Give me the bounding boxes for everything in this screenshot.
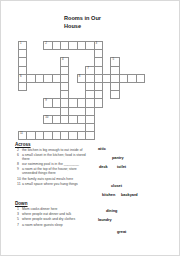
clue-text: where people wash and dry clothes (22, 218, 92, 222)
clue-text: the family eats special meals here (22, 178, 92, 182)
grid-clue-number: 2 (44, 42, 47, 45)
word-bank-word: dining (106, 209, 117, 213)
clue-text: where people eat dinner and talk (22, 213, 92, 217)
clue-number: 5 (15, 218, 22, 222)
across-clue: 6a small closet in the kitchen; food is … (15, 154, 107, 162)
across-header: Across (15, 142, 107, 147)
crossword-cell[interactable] (52, 98, 61, 107)
clue-text: Mom cooks dinner here (22, 208, 92, 212)
grid-clue-number: 8 (78, 75, 81, 78)
word-bank-word: attic (98, 147, 106, 151)
across-clue: 2the kitchen is big enough to eat inside… (15, 149, 107, 153)
crossword-cell[interactable] (18, 82, 27, 91)
grid-clue-number: 11 (19, 132, 23, 135)
across-clue: 11a small space where you hang things (15, 183, 107, 187)
down-clue: 3where people eat dinner and talk (15, 213, 107, 217)
clue-number: 2 (15, 149, 22, 153)
clue-text: our swimming pool is in the ________ (22, 163, 92, 167)
word-bank-word: deck (99, 165, 108, 169)
grid-clue-number: 7 (86, 67, 89, 70)
down-header: Down (15, 201, 107, 206)
clue-text: the kitchen is big enough to eat inside … (22, 149, 92, 153)
crossword-cell[interactable] (85, 131, 94, 140)
crossword-cell[interactable] (77, 131, 86, 140)
across-clue: 10the family eats special meals here (15, 178, 107, 182)
page-title: Rooms in Our House (64, 15, 101, 30)
clue-number: 10 (15, 178, 22, 182)
down-clue: 1Mom cooks dinner here (15, 208, 107, 212)
across-clue: 9a room at the top of the house; store u… (15, 168, 107, 176)
crossword-cell[interactable] (102, 74, 111, 83)
crossword-cell[interactable] (94, 98, 103, 107)
clue-number: 3 (15, 213, 22, 217)
word-bank-word: closet (111, 184, 122, 188)
word-bank-word: great (117, 230, 126, 234)
worksheet-page: Rooms in Our House 1623457891011 Across … (0, 0, 180, 256)
clue-number: 9 (15, 168, 22, 176)
clue-text: a room where guests sleep (22, 224, 92, 228)
clue-text: a room at the top of the house; store un… (22, 168, 92, 176)
word-bank-word: kitchen (102, 193, 115, 197)
across-section: Across 2the kitchen is big enough to eat… (15, 142, 107, 188)
crossword-cell[interactable] (77, 115, 86, 124)
clue-number: 7 (15, 224, 22, 228)
down-section: Down 1Mom cooks dinner here3where people… (15, 201, 107, 229)
clue-number: 8 (15, 163, 22, 167)
word-bank-word: laundry (98, 218, 112, 222)
crossword-cell[interactable] (52, 74, 61, 83)
across-clue: 8our swimming pool is in the ________ (15, 163, 107, 167)
clue-text: a small space where you hang things (22, 183, 92, 187)
word-bank-word: toilet (117, 165, 126, 169)
clue-text: a small closet in the kitchen; food is s… (22, 154, 92, 162)
crossword-cell[interactable]: 8 (77, 74, 86, 83)
crossword-cell[interactable] (77, 98, 86, 107)
across-clues: 2the kitchen is big enough to eat inside… (15, 149, 107, 187)
down-clues: 1Mom cooks dinner here3where people eat … (15, 208, 107, 228)
grid-clue-number: 6 (19, 75, 22, 78)
grid-clue-number: 3 (95, 42, 98, 45)
word-bank-word: pantry (112, 156, 124, 160)
grid-clue-number: 1 (19, 42, 22, 45)
down-clue: 7a room where guests sleep (15, 224, 107, 228)
word-bank-word: backyard (121, 193, 138, 197)
clue-number: 6 (15, 154, 22, 162)
grid-clue-number: 4 (61, 58, 64, 61)
grid-clue-number: 9 (44, 99, 47, 102)
grid-clue-number: 10 (44, 116, 48, 119)
grid-clue-number: 5 (111, 58, 114, 61)
crossword-cell[interactable] (136, 74, 145, 83)
clue-number: 1 (15, 208, 22, 212)
clue-number: 11 (15, 183, 22, 187)
crossword-cell[interactable] (110, 90, 119, 99)
down-clue: 5where people wash and dry clothes (15, 218, 107, 222)
